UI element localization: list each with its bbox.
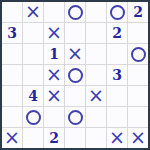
cell-r6c4[interactable] <box>65 107 85 127</box>
cell-r1c2[interactable]: × <box>23 2 43 22</box>
cell-r3c3: 1 <box>44 44 64 64</box>
cell-r5c5[interactable]: × <box>86 86 106 106</box>
cell-r7c5[interactable] <box>86 128 106 148</box>
cell-r3c6[interactable] <box>107 44 127 64</box>
puzzle-area: ×23×21××34×××2×× <box>0 0 150 150</box>
cell-r2c4[interactable] <box>65 23 85 43</box>
cell-r7c1[interactable]: × <box>2 128 22 148</box>
clue-number: 3 <box>112 68 122 82</box>
x-mark-icon: × <box>46 65 62 84</box>
clue-number: 2 <box>49 131 59 145</box>
cell-r6c3[interactable] <box>44 107 64 127</box>
x-mark-icon: × <box>67 44 83 63</box>
cell-r2c3[interactable]: × <box>44 23 64 43</box>
cell-r1c1[interactable] <box>2 2 22 22</box>
cell-r4c4[interactable] <box>65 65 85 85</box>
clue-number: 2 <box>133 5 143 19</box>
x-mark-icon: × <box>46 86 62 105</box>
cell-r3c1[interactable] <box>2 44 22 64</box>
cell-r5c3[interactable]: × <box>44 86 64 106</box>
cell-r4c3[interactable]: × <box>44 65 64 85</box>
o-mark-icon <box>110 5 125 20</box>
cell-r4c7[interactable] <box>128 65 148 85</box>
cell-r3c2[interactable] <box>23 44 43 64</box>
x-mark-icon: × <box>130 128 146 147</box>
clue-number: 4 <box>28 89 38 103</box>
cell-r7c4[interactable] <box>65 128 85 148</box>
x-mark-icon: × <box>4 128 20 147</box>
cell-r7c7[interactable]: × <box>128 128 148 148</box>
cell-r2c6: 2 <box>107 23 127 43</box>
cell-r5c6[interactable] <box>107 86 127 106</box>
o-mark-icon <box>131 47 146 62</box>
x-mark-icon: × <box>25 2 41 21</box>
cell-r2c1: 3 <box>2 23 22 43</box>
cell-r4c6: 3 <box>107 65 127 85</box>
x-mark-icon: × <box>46 23 62 42</box>
cell-r5c4[interactable] <box>65 86 85 106</box>
cell-r6c2[interactable] <box>23 107 43 127</box>
clue-number: 3 <box>7 26 17 40</box>
cell-r1c3[interactable] <box>44 2 64 22</box>
cell-r4c5[interactable] <box>86 65 106 85</box>
cell-r1c6[interactable] <box>107 2 127 22</box>
cell-r7c2[interactable] <box>23 128 43 148</box>
cell-r5c2: 4 <box>23 86 43 106</box>
clue-number: 2 <box>112 26 122 40</box>
clue-number: 1 <box>49 47 59 61</box>
cell-r5c1[interactable] <box>2 86 22 106</box>
cell-r6c1[interactable] <box>2 107 22 127</box>
cell-r6c7[interactable] <box>128 107 148 127</box>
cell-r3c7[interactable] <box>128 44 148 64</box>
cell-r1c4[interactable] <box>65 2 85 22</box>
cell-r3c5[interactable] <box>86 44 106 64</box>
x-mark-icon: × <box>109 128 125 147</box>
cell-r7c6[interactable]: × <box>107 128 127 148</box>
cell-r4c2[interactable] <box>23 65 43 85</box>
o-mark-icon <box>68 68 83 83</box>
cell-r2c2[interactable] <box>23 23 43 43</box>
cell-r2c7[interactable] <box>128 23 148 43</box>
puzzle-board: ×23×21××34×××2×× <box>0 0 150 150</box>
cell-r7c3: 2 <box>44 128 64 148</box>
cell-r2c5[interactable] <box>86 23 106 43</box>
o-mark-icon <box>68 5 83 20</box>
cell-r4c1[interactable] <box>2 65 22 85</box>
cell-r5c7[interactable] <box>128 86 148 106</box>
o-mark-icon <box>68 110 83 125</box>
cell-r6c5[interactable] <box>86 107 106 127</box>
cell-r1c7: 2 <box>128 2 148 22</box>
o-mark-icon <box>26 110 41 125</box>
cell-r3c4[interactable]: × <box>65 44 85 64</box>
cell-r6c6[interactable] <box>107 107 127 127</box>
x-mark-icon: × <box>88 86 104 105</box>
cell-r1c5[interactable] <box>86 2 106 22</box>
